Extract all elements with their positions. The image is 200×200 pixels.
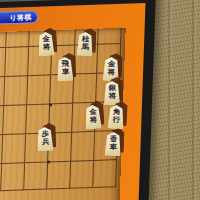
- piece-gold-general[interactable]: 金 将: [84, 104, 102, 129]
- title-badge: り将棋: [0, 10, 38, 25]
- piece-kanji-bottom: 馬: [81, 43, 89, 51]
- orange-mat-panel: [0, 3, 146, 200]
- shogi-board: [0, 28, 126, 200]
- piece-face: 銀 将: [104, 81, 120, 105]
- piece-kanji-bottom: 車: [109, 143, 117, 151]
- piece-kanji-bottom: 車: [61, 68, 69, 76]
- piece-kanji-bottom: 将: [42, 43, 50, 51]
- board-cell: [1, 163, 25, 191]
- shogi-set-frame: [0, 0, 156, 200]
- board-cell: [4, 76, 28, 106]
- piece-kanji-bottom: 将: [107, 68, 115, 76]
- board-cell: [27, 75, 51, 105]
- piece-face: 桂 馬: [77, 32, 94, 57]
- piece-kanji-bottom: 兵: [41, 138, 49, 146]
- piece-bishop[interactable]: 角 行: [107, 105, 124, 130]
- piece-rook[interactable]: 飛 車: [57, 57, 74, 82]
- piece-lance[interactable]: 香 車: [105, 132, 122, 157]
- board-cell: [5, 47, 29, 77]
- piece-silver-general[interactable]: 銀 将: [104, 81, 120, 105]
- photo-scene: り将棋 金 将 桂 馬 飛 車 金 将 銀 将: [0, 0, 200, 200]
- piece-pawn[interactable]: 歩 兵: [37, 127, 54, 152]
- board-cell: [24, 163, 48, 191]
- piece-gold-general[interactable]: 金 将: [37, 32, 54, 57]
- board-cell: [2, 134, 26, 164]
- board-cell: [6, 31, 30, 48]
- piece-face: 香 車: [105, 132, 122, 157]
- board-cell: [73, 74, 97, 104]
- piece-kanji-bottom: 将: [108, 93, 116, 101]
- title-badge-label: り将棋: [9, 12, 32, 23]
- board-cell: [98, 28, 122, 45]
- piece-kanji-bottom: 将: [89, 116, 97, 124]
- board-cell: [93, 160, 117, 188]
- board-cell: [70, 161, 94, 189]
- board-grid: [0, 28, 126, 193]
- board-cell: [71, 132, 95, 162]
- board-cell: [47, 162, 71, 190]
- piece-kanji-bottom: 行: [112, 116, 120, 124]
- board-cell: [3, 105, 27, 135]
- piece-knight[interactable]: 桂 馬: [77, 32, 94, 57]
